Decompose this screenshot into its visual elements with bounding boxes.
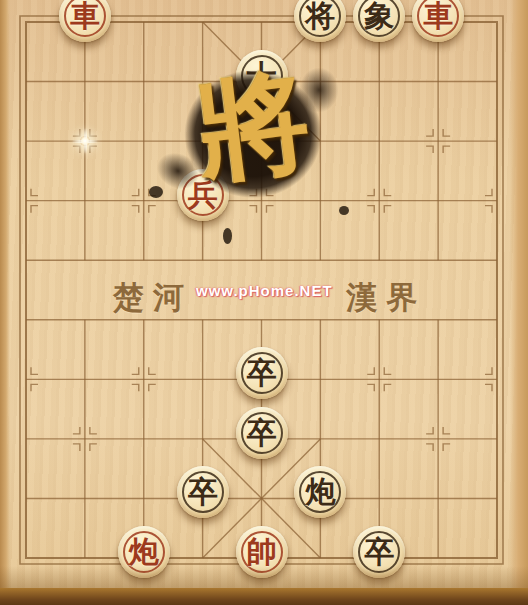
river-label-chuhe: 楚河 [113,277,193,319]
river-label-hanjie: 漢界 [346,277,426,319]
watermark: www.pHome.NET [196,282,333,299]
piece-black-soldier[interactable]: 卒 [236,347,288,399]
ink-dot [149,186,163,198]
piece-glyph: 卒 [247,418,277,448]
piece-glyph: 将 [305,1,335,31]
piece-glyph: 卒 [247,358,277,388]
piece-glyph: 象 [364,1,394,31]
piece-glyph: 帥 [247,537,277,567]
piece-black-soldier[interactable]: 卒 [177,466,229,518]
piece-black-soldier[interactable]: 卒 [236,407,288,459]
piece-glyph: 車 [70,1,100,31]
ink-dot [339,206,349,215]
sparkle-core [80,136,90,146]
piece-glyph: 車 [423,1,453,31]
xiangqi-board-screen: 楚河 漢界 www.pHome.NET 車将象車士兵卒卒卒炮炮帥卒 將 [0,0,528,605]
check-label: 將 [183,63,324,190]
board-front-edge [0,588,528,605]
piece-glyph: 卒 [188,477,218,507]
ink-dot [223,228,232,244]
piece-glyph: 炮 [129,537,159,567]
piece-glyph: 卒 [364,537,394,567]
piece-glyph: 炮 [305,477,335,507]
board-edge-shadow [0,566,528,588]
